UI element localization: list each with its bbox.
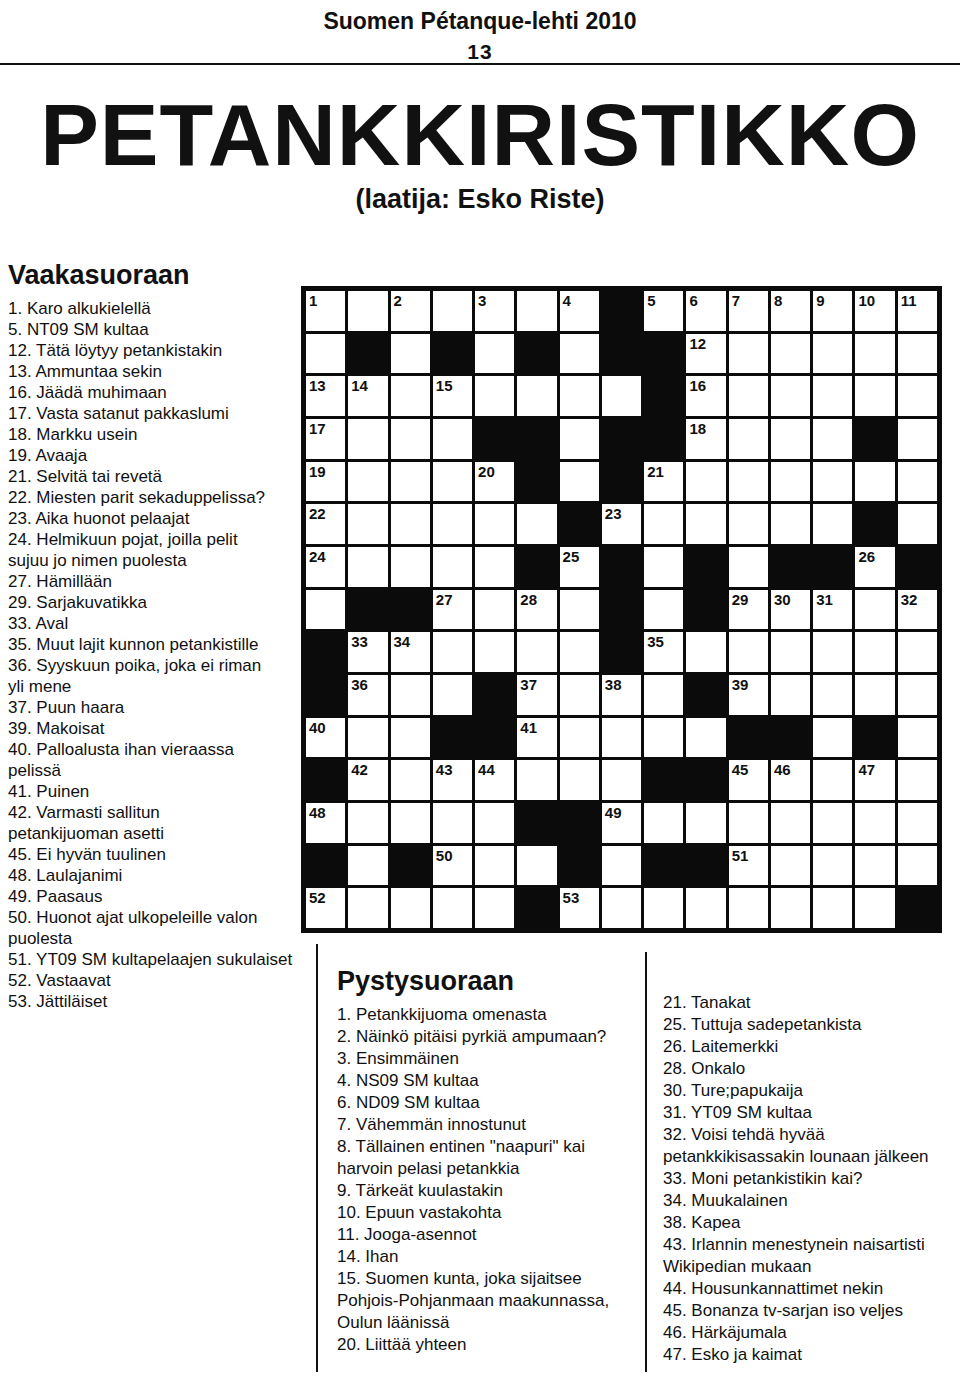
across-clues-section: Vaakasuoraan 1. Karo alkukielellä5. NT09… bbox=[8, 260, 310, 1012]
grid-cell-r12c14: 47 bbox=[855, 760, 894, 800]
clue-number-16: 16 bbox=[689, 377, 706, 394]
grid-cell-r9c14 bbox=[855, 632, 894, 672]
clue-number-5: 5 bbox=[647, 292, 655, 309]
grid-cell-r14c15 bbox=[898, 846, 937, 886]
grid-cell-r8c1 bbox=[306, 590, 345, 630]
grid-cell-r4c12 bbox=[771, 419, 810, 459]
clue-28: 28. Onkalo bbox=[663, 1058, 959, 1080]
grid-cell-r4c11 bbox=[729, 419, 768, 459]
grid-cell-r5c4 bbox=[433, 462, 472, 502]
grid-cell-r7c11 bbox=[729, 547, 768, 587]
grid-cell-r3c5 bbox=[475, 376, 514, 416]
grid-cell-r4c2 bbox=[348, 419, 387, 459]
clue-12: 12. Tätä löytyy petankistakin bbox=[8, 340, 310, 361]
grid-cell-r6c11 bbox=[729, 504, 768, 544]
clue-number-36: 36 bbox=[351, 676, 368, 693]
clue-11: 11. Jooga-asennot bbox=[337, 1224, 637, 1246]
clue-number-9: 9 bbox=[816, 292, 824, 309]
grid-cell-r6c7-black bbox=[560, 504, 599, 544]
clue-2: 2. Näinkö pitäisi pyrkiä ampumaan? bbox=[337, 1026, 637, 1048]
grid-cell-r8c4: 27 bbox=[433, 590, 472, 630]
grid-cell-r7c14: 26 bbox=[855, 547, 894, 587]
grid-cell-r4c8-black bbox=[602, 419, 641, 459]
grid-cell-r5c11 bbox=[729, 462, 768, 502]
clue-number-7: 7 bbox=[732, 292, 740, 309]
grid-cell-r10c1-black bbox=[306, 675, 345, 715]
grid-cell-r13c12 bbox=[771, 803, 810, 843]
clue-39: 39. Makoisat bbox=[8, 718, 310, 739]
clue-20: 20. Liittää yhteen bbox=[337, 1334, 637, 1356]
clue-number-8: 8 bbox=[774, 292, 782, 309]
grid-cell-r13c9 bbox=[644, 803, 683, 843]
clue-number-26: 26 bbox=[858, 548, 875, 565]
grid-cell-r4c1: 17 bbox=[306, 419, 345, 459]
byline: (laatija: Esko Riste) bbox=[0, 184, 960, 215]
clue-number-21: 21 bbox=[647, 463, 664, 480]
grid-cell-r5c3 bbox=[391, 462, 430, 502]
clue-number-43: 43 bbox=[436, 761, 453, 778]
clue-number-12: 12 bbox=[689, 335, 706, 352]
grid-cell-r8c3-black bbox=[391, 590, 430, 630]
clue-number-22: 22 bbox=[309, 505, 326, 522]
clue-number-18: 18 bbox=[689, 420, 706, 437]
grid-cell-r3c13 bbox=[813, 376, 852, 416]
clue-number-20: 20 bbox=[478, 463, 495, 480]
grid-cell-r8c7 bbox=[560, 590, 599, 630]
grid-cell-r13c14 bbox=[855, 803, 894, 843]
grid-cell-r2c4-black bbox=[433, 334, 472, 374]
clue-5: 5. NT09 SM kultaa bbox=[8, 319, 310, 340]
clue-number-49: 49 bbox=[605, 804, 622, 821]
clue-3: 3. Ensimmäinen bbox=[337, 1048, 637, 1070]
grid-cell-r11c13 bbox=[813, 718, 852, 758]
grid-cell-r8c12: 30 bbox=[771, 590, 810, 630]
grid-cell-r14c4: 50 bbox=[433, 846, 472, 886]
clue-48: 48. Laulajanimi bbox=[8, 865, 310, 886]
clue-8: 8. Tällainen entinen "naapuri" kai harvo… bbox=[337, 1136, 637, 1180]
grid-cell-r1c9: 5 bbox=[644, 291, 683, 331]
grid-cell-r12c10-black bbox=[686, 760, 725, 800]
grid-cell-r4c15 bbox=[898, 419, 937, 459]
grid-cell-r7c12-black bbox=[771, 547, 810, 587]
grid-cell-r9c9: 35 bbox=[644, 632, 683, 672]
grid-cell-r8c15: 32 bbox=[898, 590, 937, 630]
grid-cell-r6c2 bbox=[348, 504, 387, 544]
clue-number-6: 6 bbox=[689, 292, 697, 309]
grid-cell-r3c15 bbox=[898, 376, 937, 416]
grid-cell-r8c9 bbox=[644, 590, 683, 630]
grid-cell-r2c3 bbox=[391, 334, 430, 374]
clue-50: 50. Huonot ajat ulkopeleille valon puole… bbox=[8, 907, 310, 949]
grid-cell-r1c12: 8 bbox=[771, 291, 810, 331]
clue-37: 37. Puun haara bbox=[8, 697, 310, 718]
grid-cell-r13c2 bbox=[348, 803, 387, 843]
clue-6: 6. ND09 SM kultaa bbox=[337, 1092, 637, 1114]
clue-number-44: 44 bbox=[478, 761, 495, 778]
grid-cell-r7c4 bbox=[433, 547, 472, 587]
grid-cell-r13c10 bbox=[686, 803, 725, 843]
grid-cell-r6c12 bbox=[771, 504, 810, 544]
clue-number-52: 52 bbox=[309, 889, 326, 906]
clue-51: 51. YT09 SM kultapelaajen sukulaiset bbox=[8, 949, 310, 970]
clue-number-42: 42 bbox=[351, 761, 368, 778]
clue-number-48: 48 bbox=[309, 804, 326, 821]
grid-cell-r14c11: 51 bbox=[729, 846, 768, 886]
grid-cell-r10c4 bbox=[433, 675, 472, 715]
grid-cell-r2c6-black bbox=[517, 334, 556, 374]
grid-cell-r7c6-black bbox=[517, 547, 556, 587]
grid-cell-r5c14 bbox=[855, 462, 894, 502]
grid-cell-r14c9-black bbox=[644, 846, 683, 886]
clue-27: 27. Hämillään bbox=[8, 571, 310, 592]
clue-4: 4. NS09 SM kultaa bbox=[337, 1070, 637, 1092]
grid-cell-r9c11 bbox=[729, 632, 768, 672]
grid-cell-r13c6-black bbox=[517, 803, 556, 843]
grid-cell-r6c13 bbox=[813, 504, 852, 544]
grid-cell-r6c8: 23 bbox=[602, 504, 641, 544]
clue-53: 53. Jättiläiset bbox=[8, 991, 310, 1012]
clue-number-31: 31 bbox=[816, 591, 833, 608]
grid-cell-r11c14-black bbox=[855, 718, 894, 758]
page-number: 13 bbox=[0, 40, 960, 64]
clue-41: 41. Puinen bbox=[8, 781, 310, 802]
grid-cell-r6c1: 22 bbox=[306, 504, 345, 544]
column-divider-left bbox=[316, 944, 318, 1372]
grid-cell-r8c10-black bbox=[686, 590, 725, 630]
clue-number-13: 13 bbox=[309, 377, 326, 394]
grid-cell-r10c5-black bbox=[475, 675, 514, 715]
grid-cell-r7c10-black bbox=[686, 547, 725, 587]
clue-number-51: 51 bbox=[732, 847, 749, 864]
grid-cell-r12c6 bbox=[517, 760, 556, 800]
grid-cell-r12c11: 45 bbox=[729, 760, 768, 800]
clue-1: 1. Petankkijuoma omenasta bbox=[337, 1004, 637, 1026]
clue-26: 26. Laitemerkki bbox=[663, 1036, 959, 1058]
clue-18: 18. Markku usein bbox=[8, 424, 310, 445]
grid-cell-r7c15-black bbox=[898, 547, 937, 587]
grid-cell-r6c4 bbox=[433, 504, 472, 544]
grid-cell-r11c6: 41 bbox=[517, 718, 556, 758]
clue-49: 49. Paasaus bbox=[8, 886, 310, 907]
clue-number-40: 40 bbox=[309, 719, 326, 736]
grid-cell-r5c8-black bbox=[602, 462, 641, 502]
clue-33: 33. Aval bbox=[8, 613, 310, 634]
grid-cell-r13c15 bbox=[898, 803, 937, 843]
grid-cell-r14c10-black bbox=[686, 846, 725, 886]
grid-cell-r13c11 bbox=[729, 803, 768, 843]
grid-cell-r3c2: 14 bbox=[348, 376, 387, 416]
clue-14: 14. Ihan bbox=[337, 1246, 637, 1268]
clue-30: 30. Ture;papukaija bbox=[663, 1080, 959, 1102]
grid-cell-r7c7: 25 bbox=[560, 547, 599, 587]
grid-cell-r6c10 bbox=[686, 504, 725, 544]
grid-cell-r12c8 bbox=[602, 760, 641, 800]
down-clues-section-left: Pystysuoraan 1. Petankkijuoma omenasta2.… bbox=[337, 966, 637, 1356]
grid-cell-r14c6 bbox=[517, 846, 556, 886]
grid-cell-r8c14 bbox=[855, 590, 894, 630]
grid-cell-r15c12 bbox=[771, 888, 810, 928]
grid-cell-r15c11 bbox=[729, 888, 768, 928]
grid-cell-r3c3 bbox=[391, 376, 430, 416]
grid-cell-r4c3 bbox=[391, 419, 430, 459]
grid-cell-r15c8 bbox=[602, 888, 641, 928]
grid-cell-r13c4 bbox=[433, 803, 472, 843]
grid-cell-r11c15 bbox=[898, 718, 937, 758]
grid-cell-r11c5-black bbox=[475, 718, 514, 758]
grid-cell-r9c1-black bbox=[306, 632, 345, 672]
grid-cell-r11c9 bbox=[644, 718, 683, 758]
grid-cell-r3c1: 13 bbox=[306, 376, 345, 416]
clue-number-34: 34 bbox=[394, 633, 411, 650]
clue-number-37: 37 bbox=[520, 676, 537, 693]
grid-cell-r7c2 bbox=[348, 547, 387, 587]
clue-9: 9. Tärkeät kuulastakin bbox=[337, 1180, 637, 1202]
grid-cell-r1c3: 2 bbox=[391, 291, 430, 331]
grid-cell-r10c2: 36 bbox=[348, 675, 387, 715]
down-clues-section-right: 21. Tanakat25. Tuttuja sadepetankista26.… bbox=[663, 992, 959, 1366]
grid-cell-r10c14 bbox=[855, 675, 894, 715]
grid-cell-r4c10: 18 bbox=[686, 419, 725, 459]
clue-number-10: 10 bbox=[858, 292, 875, 309]
clue-32: 32. Voisi tehdä hyvää petankkikisassakin… bbox=[663, 1124, 959, 1168]
grid-cell-r8c5 bbox=[475, 590, 514, 630]
clue-10: 10. Epuun vastakohta bbox=[337, 1202, 637, 1224]
grid-cell-r11c8 bbox=[602, 718, 641, 758]
grid-cell-r13c13 bbox=[813, 803, 852, 843]
grid-cell-r10c10-black bbox=[686, 675, 725, 715]
grid-cell-r7c1: 24 bbox=[306, 547, 345, 587]
grid-cell-r14c3-black bbox=[391, 846, 430, 886]
grid-cell-r4c4 bbox=[433, 419, 472, 459]
grid-cell-r1c10: 6 bbox=[686, 291, 725, 331]
grid-cell-r9c12 bbox=[771, 632, 810, 672]
grid-cell-r1c13: 9 bbox=[813, 291, 852, 331]
clue-number-15: 15 bbox=[436, 377, 453, 394]
clue-25: 25. Tuttuja sadepetankista bbox=[663, 1014, 959, 1036]
grid-cell-r5c10 bbox=[686, 462, 725, 502]
magazine-page: Suomen Pétanque-lehti 2010 13 PETANKKIRI… bbox=[0, 0, 960, 1378]
grid-cell-r3c9-black bbox=[644, 376, 683, 416]
grid-cell-r9c3: 34 bbox=[391, 632, 430, 672]
grid-cell-r6c6 bbox=[517, 504, 556, 544]
grid-cell-r10c8: 38 bbox=[602, 675, 641, 715]
grid-cell-r8c2-black bbox=[348, 590, 387, 630]
clue-number-30: 30 bbox=[774, 591, 791, 608]
grid-cell-r6c15 bbox=[898, 504, 937, 544]
grid-cell-r15c4 bbox=[433, 888, 472, 928]
grid-cell-r15c1: 52 bbox=[306, 888, 345, 928]
grid-cell-r12c1-black bbox=[306, 760, 345, 800]
grid-cell-r15c2 bbox=[348, 888, 387, 928]
clue-44: 44. Housunkannattimet nekin bbox=[663, 1278, 959, 1300]
clue-45: 45. Bonanza tv-sarjan iso veljes bbox=[663, 1300, 959, 1322]
grid-cell-r14c12 bbox=[771, 846, 810, 886]
grid-cell-r2c14 bbox=[855, 334, 894, 374]
grid-cell-r8c11: 29 bbox=[729, 590, 768, 630]
grid-cell-r2c7 bbox=[560, 334, 599, 374]
grid-cell-r4c9-black bbox=[644, 419, 683, 459]
clue-36: 36. Syyskuun poika, joka ei riman yli me… bbox=[8, 655, 310, 697]
grid-cell-r13c7-black bbox=[560, 803, 599, 843]
clue-number-28: 28 bbox=[520, 591, 537, 608]
grid-cell-r2c13 bbox=[813, 334, 852, 374]
grid-cell-r9c4 bbox=[433, 632, 472, 672]
grid-cell-r10c6: 37 bbox=[517, 675, 556, 715]
grid-cell-r6c3 bbox=[391, 504, 430, 544]
puzzle-title: PETANKKIRISTIKKO bbox=[0, 84, 960, 186]
grid-cell-r13c3 bbox=[391, 803, 430, 843]
clue-35: 35. Muut lajit kunnon petankistille bbox=[8, 634, 310, 655]
grid-cell-r7c8-black bbox=[602, 547, 641, 587]
grid-cell-r15c9 bbox=[644, 888, 683, 928]
grid-cell-r14c1-black bbox=[306, 846, 345, 886]
grid-cell-r12c5: 44 bbox=[475, 760, 514, 800]
clue-21: 21. Tanakat bbox=[663, 992, 959, 1014]
grid-cell-r5c7 bbox=[560, 462, 599, 502]
clue-number-45: 45 bbox=[732, 761, 749, 778]
clue-34: 34. Muukalainen bbox=[663, 1190, 959, 1212]
grid-cell-r4c5-black bbox=[475, 419, 514, 459]
grid-cell-r1c14: 10 bbox=[855, 291, 894, 331]
grid-cell-r1c8-black bbox=[602, 291, 641, 331]
grid-cell-r11c10 bbox=[686, 718, 725, 758]
grid-cell-r3c8 bbox=[602, 376, 641, 416]
grid-cell-r3c11 bbox=[729, 376, 768, 416]
clue-52: 52. Vastaavat bbox=[8, 970, 310, 991]
grid-cell-r11c3 bbox=[391, 718, 430, 758]
grid-cell-r2c10: 12 bbox=[686, 334, 725, 374]
grid-cell-r6c5 bbox=[475, 504, 514, 544]
clue-number-53: 53 bbox=[563, 889, 580, 906]
grid-cell-r2c15 bbox=[898, 334, 937, 374]
grid-cell-r1c2 bbox=[348, 291, 387, 331]
grid-cell-r11c2 bbox=[348, 718, 387, 758]
header-rule bbox=[0, 63, 960, 65]
grid-cell-r4c6-black bbox=[517, 419, 556, 459]
grid-cell-r10c15 bbox=[898, 675, 937, 715]
across-heading: Vaakasuoraan bbox=[8, 260, 310, 290]
grid-cell-r1c4 bbox=[433, 291, 472, 331]
grid-cell-r14c13 bbox=[813, 846, 852, 886]
clue-29: 29. Sarjakuvatikka bbox=[8, 592, 310, 613]
grid-cell-r15c15-black bbox=[898, 888, 937, 928]
clue-number-47: 47 bbox=[858, 761, 875, 778]
clue-number-32: 32 bbox=[901, 591, 918, 608]
grid-cell-r12c7 bbox=[560, 760, 599, 800]
clue-number-17: 17 bbox=[309, 420, 326, 437]
grid-cell-r13c5 bbox=[475, 803, 514, 843]
clue-number-2: 2 bbox=[394, 292, 402, 309]
grid-cell-r14c7-black bbox=[560, 846, 599, 886]
grid-cell-r4c13 bbox=[813, 419, 852, 459]
clue-15: 15. Suomen kunta, joka sijaitsee Pohjois… bbox=[337, 1268, 637, 1334]
clue-number-35: 35 bbox=[647, 633, 664, 650]
grid-cell-r11c12-black bbox=[771, 718, 810, 758]
grid-cell-r9c6 bbox=[517, 632, 556, 672]
clue-23: 23. Aika huonot pelaajat bbox=[8, 508, 310, 529]
clue-number-1: 1 bbox=[309, 292, 317, 309]
grid-cell-r9c7 bbox=[560, 632, 599, 672]
column-divider-right bbox=[645, 952, 647, 1372]
clue-number-38: 38 bbox=[605, 676, 622, 693]
clue-number-25: 25 bbox=[563, 548, 580, 565]
grid-cell-r2c2-black bbox=[348, 334, 387, 374]
grid-cell-r14c2 bbox=[348, 846, 387, 886]
across-clue-list: 1. Karo alkukielellä5. NT09 SM kultaa12.… bbox=[8, 298, 310, 1012]
grid-cell-r14c5 bbox=[475, 846, 514, 886]
grid-cell-r13c8: 49 bbox=[602, 803, 641, 843]
clue-number-33: 33 bbox=[351, 633, 368, 650]
grid-cell-r12c4: 43 bbox=[433, 760, 472, 800]
grid-cell-r8c8-black bbox=[602, 590, 641, 630]
grid-cell-r4c14-black bbox=[855, 419, 894, 459]
clue-number-14: 14 bbox=[351, 377, 368, 394]
clue-1: 1. Karo alkukielellä bbox=[8, 298, 310, 319]
clue-number-3: 3 bbox=[478, 292, 486, 309]
clue-42: 42. Varmasti sallitun petankijuoman aset… bbox=[8, 802, 310, 844]
grid-cell-r8c6: 28 bbox=[517, 590, 556, 630]
grid-cell-r10c9 bbox=[644, 675, 683, 715]
grid-cell-r5c1: 19 bbox=[306, 462, 345, 502]
grid-cell-r10c11: 39 bbox=[729, 675, 768, 715]
clue-number-11: 11 bbox=[901, 292, 917, 309]
clue-43: 43. Irlannin menestynein naisartisti Wik… bbox=[663, 1234, 959, 1278]
grid-cell-r5c15 bbox=[898, 462, 937, 502]
grid-cell-r15c6-black bbox=[517, 888, 556, 928]
grid-cell-r5c6-black bbox=[517, 462, 556, 502]
clue-40: 40. Palloalusta ihan vieraassa pelissä bbox=[8, 739, 310, 781]
grid-cell-r4c7 bbox=[560, 419, 599, 459]
grid-cell-r7c3 bbox=[391, 547, 430, 587]
clue-47: 47. Esko ja kaimat bbox=[663, 1344, 959, 1366]
clue-number-23: 23 bbox=[605, 505, 622, 522]
grid-cell-r2c8-black bbox=[602, 334, 641, 374]
clue-16: 16. Jäädä muhimaan bbox=[8, 382, 310, 403]
clue-number-27: 27 bbox=[436, 591, 453, 608]
grid-cell-r9c10 bbox=[686, 632, 725, 672]
grid-cell-r7c13-black bbox=[813, 547, 852, 587]
grid-cell-r10c13 bbox=[813, 675, 852, 715]
grid-cell-r1c7: 4 bbox=[560, 291, 599, 331]
grid-cell-r5c9: 21 bbox=[644, 462, 683, 502]
grid-cell-r1c11: 7 bbox=[729, 291, 768, 331]
grid-cell-r2c11 bbox=[729, 334, 768, 374]
grid-cell-r15c3 bbox=[391, 888, 430, 928]
clue-number-4: 4 bbox=[563, 292, 571, 309]
grid-cell-r7c9 bbox=[644, 547, 683, 587]
down-heading: Pystysuoraan bbox=[337, 966, 637, 996]
grid-cell-r5c2 bbox=[348, 462, 387, 502]
grid-cell-r1c6 bbox=[517, 291, 556, 331]
grid-cell-r13c1: 48 bbox=[306, 803, 345, 843]
grid-cell-r6c9 bbox=[644, 504, 683, 544]
clue-38: 38. Kapea bbox=[663, 1212, 959, 1234]
grid-cell-r9c5 bbox=[475, 632, 514, 672]
clue-number-29: 29 bbox=[732, 591, 749, 608]
grid-cell-r15c13 bbox=[813, 888, 852, 928]
grid-cell-r2c5 bbox=[475, 334, 514, 374]
down-clue-list-left: 1. Petankkijuoma omenasta2. Näinkö pitäi… bbox=[337, 1004, 637, 1356]
grid-cell-r12c12: 46 bbox=[771, 760, 810, 800]
grid-cell-r1c1: 1 bbox=[306, 291, 345, 331]
grid-cell-r2c12 bbox=[771, 334, 810, 374]
grid-cell-r3c14 bbox=[855, 376, 894, 416]
grid-cell-r9c8-black bbox=[602, 632, 641, 672]
grid-cell-r15c14 bbox=[855, 888, 894, 928]
clue-number-24: 24 bbox=[309, 548, 326, 565]
clue-17: 17. Vasta satanut pakkaslumi bbox=[8, 403, 310, 424]
grid-cell-r3c4: 15 bbox=[433, 376, 472, 416]
